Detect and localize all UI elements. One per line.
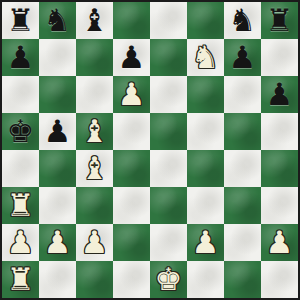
chess-diagram: ♜♞♝♞♜♟♟♞♟♟♟♚♟♝♝♜♟♟♟♟♟♜♚ — [0, 0, 300, 300]
square-a2[interactable]: ♟ — [2, 224, 39, 261]
piece-white-rook[interactable]: ♜ — [2, 187, 39, 224]
square-e2[interactable] — [150, 224, 187, 261]
piece-white-pawn[interactable]: ♟ — [76, 224, 113, 261]
square-f7[interactable]: ♞ — [187, 39, 224, 76]
square-g4[interactable] — [224, 150, 261, 187]
square-c6[interactable] — [76, 76, 113, 113]
square-d8[interactable] — [113, 2, 150, 39]
square-b3[interactable] — [39, 187, 76, 224]
piece-white-knight[interactable]: ♞ — [187, 39, 224, 76]
square-e6[interactable] — [150, 76, 187, 113]
square-a7[interactable]: ♟ — [2, 39, 39, 76]
square-g5[interactable] — [224, 113, 261, 150]
square-c1[interactable] — [76, 261, 113, 298]
square-g1[interactable] — [224, 261, 261, 298]
square-d1[interactable] — [113, 261, 150, 298]
chess-board: ♜♞♝♞♜♟♟♞♟♟♟♚♟♝♝♜♟♟♟♟♟♜♚ — [2, 2, 298, 298]
square-g3[interactable] — [224, 187, 261, 224]
square-a1[interactable]: ♜ — [2, 261, 39, 298]
square-h7[interactable] — [261, 39, 298, 76]
piece-black-rook[interactable]: ♜ — [261, 2, 298, 39]
square-h8[interactable]: ♜ — [261, 2, 298, 39]
square-f6[interactable] — [187, 76, 224, 113]
square-h1[interactable] — [261, 261, 298, 298]
square-h5[interactable] — [261, 113, 298, 150]
square-f2[interactable]: ♟ — [187, 224, 224, 261]
square-d5[interactable] — [113, 113, 150, 150]
square-c4[interactable]: ♝ — [76, 150, 113, 187]
piece-white-pawn[interactable]: ♟ — [187, 224, 224, 261]
square-d2[interactable] — [113, 224, 150, 261]
piece-white-pawn[interactable]: ♟ — [113, 76, 150, 113]
piece-white-pawn[interactable]: ♟ — [39, 224, 76, 261]
piece-white-king[interactable]: ♚ — [150, 261, 187, 298]
square-e3[interactable] — [150, 187, 187, 224]
square-d7[interactable]: ♟ — [113, 39, 150, 76]
piece-black-knight[interactable]: ♞ — [39, 2, 76, 39]
piece-white-bishop[interactable]: ♝ — [76, 113, 113, 150]
square-c5[interactable]: ♝ — [76, 113, 113, 150]
piece-black-rook[interactable]: ♜ — [2, 2, 39, 39]
board-frame: ♜♞♝♞♜♟♟♞♟♟♟♚♟♝♝♜♟♟♟♟♟♜♚ — [0, 0, 300, 300]
square-b2[interactable]: ♟ — [39, 224, 76, 261]
square-f3[interactable] — [187, 187, 224, 224]
piece-white-pawn[interactable]: ♟ — [261, 224, 298, 261]
piece-black-pawn[interactable]: ♟ — [39, 113, 76, 150]
piece-white-pawn[interactable]: ♟ — [2, 224, 39, 261]
square-g8[interactable]: ♞ — [224, 2, 261, 39]
square-a6[interactable] — [2, 76, 39, 113]
square-c2[interactable]: ♟ — [76, 224, 113, 261]
square-c3[interactable] — [76, 187, 113, 224]
square-d4[interactable] — [113, 150, 150, 187]
square-h4[interactable] — [261, 150, 298, 187]
square-g7[interactable]: ♟ — [224, 39, 261, 76]
square-b1[interactable] — [39, 261, 76, 298]
piece-black-pawn[interactable]: ♟ — [113, 39, 150, 76]
square-f8[interactable] — [187, 2, 224, 39]
piece-black-pawn[interactable]: ♟ — [2, 39, 39, 76]
piece-black-pawn[interactable]: ♟ — [224, 39, 261, 76]
square-f4[interactable] — [187, 150, 224, 187]
square-g2[interactable] — [224, 224, 261, 261]
square-e1[interactable]: ♚ — [150, 261, 187, 298]
square-b5[interactable]: ♟ — [39, 113, 76, 150]
square-a4[interactable] — [2, 150, 39, 187]
square-d6[interactable]: ♟ — [113, 76, 150, 113]
square-b8[interactable]: ♞ — [39, 2, 76, 39]
square-a8[interactable]: ♜ — [2, 2, 39, 39]
square-b7[interactable] — [39, 39, 76, 76]
square-f1[interactable] — [187, 261, 224, 298]
square-c8[interactable]: ♝ — [76, 2, 113, 39]
square-h6[interactable]: ♟ — [261, 76, 298, 113]
square-h3[interactable] — [261, 187, 298, 224]
square-b6[interactable] — [39, 76, 76, 113]
piece-white-rook[interactable]: ♜ — [2, 261, 39, 298]
square-g6[interactable] — [224, 76, 261, 113]
square-d3[interactable] — [113, 187, 150, 224]
square-a3[interactable]: ♜ — [2, 187, 39, 224]
square-h2[interactable]: ♟ — [261, 224, 298, 261]
square-e7[interactable] — [150, 39, 187, 76]
piece-black-king[interactable]: ♚ — [2, 113, 39, 150]
square-f5[interactable] — [187, 113, 224, 150]
square-c7[interactable] — [76, 39, 113, 76]
square-a5[interactable]: ♚ — [2, 113, 39, 150]
piece-black-bishop[interactable]: ♝ — [76, 2, 113, 39]
piece-black-knight[interactable]: ♞ — [224, 2, 261, 39]
square-b4[interactable] — [39, 150, 76, 187]
square-e5[interactable] — [150, 113, 187, 150]
piece-white-bishop[interactable]: ♝ — [76, 150, 113, 187]
square-e4[interactable] — [150, 150, 187, 187]
piece-black-pawn[interactable]: ♟ — [261, 76, 298, 113]
square-e8[interactable] — [150, 2, 187, 39]
